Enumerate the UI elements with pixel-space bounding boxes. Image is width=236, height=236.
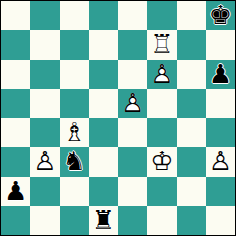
piece-black-knight: ♞ xyxy=(60,147,89,176)
square-b4[interactable] xyxy=(30,118,59,147)
square-f2[interactable] xyxy=(147,177,176,206)
square-g8[interactable] xyxy=(177,1,206,30)
square-h4[interactable] xyxy=(206,118,235,147)
square-f6[interactable]: ♟♙ xyxy=(147,60,176,89)
square-h3[interactable]: ♟♙ xyxy=(206,147,235,176)
square-d4[interactable] xyxy=(89,118,118,147)
piece-white-rook-fill: ♜ xyxy=(147,30,176,59)
square-d6[interactable] xyxy=(89,60,118,89)
square-e3[interactable] xyxy=(118,147,147,176)
square-f4[interactable] xyxy=(147,118,176,147)
square-f5[interactable] xyxy=(147,89,176,118)
piece-black-king: ♚ xyxy=(206,1,235,30)
square-c2[interactable] xyxy=(60,177,89,206)
square-a4[interactable] xyxy=(1,118,30,147)
square-b6[interactable] xyxy=(30,60,59,89)
square-f7[interactable]: ♜♖ xyxy=(147,30,176,59)
square-b7[interactable] xyxy=(30,30,59,59)
square-b1[interactable] xyxy=(30,206,59,235)
square-b8[interactable] xyxy=(30,1,59,30)
square-h1[interactable] xyxy=(206,206,235,235)
piece-white-pawn: ♙ xyxy=(118,89,147,118)
square-a7[interactable] xyxy=(1,30,30,59)
square-e7[interactable] xyxy=(118,30,147,59)
square-c8[interactable] xyxy=(60,1,89,30)
square-d3[interactable] xyxy=(89,147,118,176)
square-b3[interactable]: ♟♙ xyxy=(30,147,59,176)
square-d7[interactable] xyxy=(89,30,118,59)
square-a6[interactable] xyxy=(1,60,30,89)
square-b5[interactable] xyxy=(30,89,59,118)
square-c5[interactable] xyxy=(60,89,89,118)
square-g5[interactable] xyxy=(177,89,206,118)
piece-white-pawn: ♙ xyxy=(206,147,235,176)
square-a3[interactable] xyxy=(1,147,30,176)
piece-white-pawn-fill: ♟ xyxy=(147,60,176,89)
square-e1[interactable] xyxy=(118,206,147,235)
square-c4[interactable]: ♝♗ xyxy=(60,118,89,147)
square-a2[interactable]: ♟ xyxy=(1,177,30,206)
square-a5[interactable] xyxy=(1,89,30,118)
piece-white-pawn: ♙ xyxy=(30,147,59,176)
piece-black-pawn: ♟ xyxy=(1,177,30,206)
square-c6[interactable] xyxy=(60,60,89,89)
square-g7[interactable] xyxy=(177,30,206,59)
square-c3[interactable]: ♞ xyxy=(60,147,89,176)
square-h2[interactable] xyxy=(206,177,235,206)
square-e4[interactable] xyxy=(118,118,147,147)
square-h8[interactable]: ♚ xyxy=(206,1,235,30)
piece-white-pawn-fill: ♟ xyxy=(206,147,235,176)
square-h7[interactable] xyxy=(206,30,235,59)
square-d1[interactable]: ♜ xyxy=(89,206,118,235)
square-d2[interactable] xyxy=(89,177,118,206)
piece-black-rook: ♜ xyxy=(89,206,118,235)
square-h6[interactable]: ♟ xyxy=(206,60,235,89)
piece-white-king: ♔ xyxy=(147,147,176,176)
piece-white-bishop: ♗ xyxy=(60,118,89,147)
square-e8[interactable] xyxy=(118,1,147,30)
square-e6[interactable] xyxy=(118,60,147,89)
square-g3[interactable] xyxy=(177,147,206,176)
chess-board-wrapper: ♚♜♖♟♙♟♟♙♝♗♟♙♞♚♔♟♙♟♜ xyxy=(0,0,236,236)
piece-white-king-fill: ♚ xyxy=(147,147,176,176)
chess-board: ♚♜♖♟♙♟♟♙♝♗♟♙♞♚♔♟♙♟♜ xyxy=(0,0,236,236)
square-d8[interactable] xyxy=(89,1,118,30)
square-h5[interactable] xyxy=(206,89,235,118)
square-c1[interactable] xyxy=(60,206,89,235)
square-g4[interactable] xyxy=(177,118,206,147)
piece-black-pawn: ♟ xyxy=(206,60,235,89)
square-d5[interactable] xyxy=(89,89,118,118)
piece-white-pawn: ♙ xyxy=(147,60,176,89)
square-b2[interactable] xyxy=(30,177,59,206)
square-f3[interactable]: ♚♔ xyxy=(147,147,176,176)
square-a1[interactable] xyxy=(1,206,30,235)
piece-white-pawn-fill: ♟ xyxy=(118,89,147,118)
square-a8[interactable] xyxy=(1,1,30,30)
square-g2[interactable] xyxy=(177,177,206,206)
square-g1[interactable] xyxy=(177,206,206,235)
piece-white-bishop-fill: ♝ xyxy=(60,118,89,147)
square-e5[interactable]: ♟♙ xyxy=(118,89,147,118)
square-g6[interactable] xyxy=(177,60,206,89)
piece-white-rook: ♖ xyxy=(147,30,176,59)
piece-white-pawn-fill: ♟ xyxy=(30,147,59,176)
square-e2[interactable] xyxy=(118,177,147,206)
square-f1[interactable] xyxy=(147,206,176,235)
square-c7[interactable] xyxy=(60,30,89,59)
square-f8[interactable] xyxy=(147,1,176,30)
